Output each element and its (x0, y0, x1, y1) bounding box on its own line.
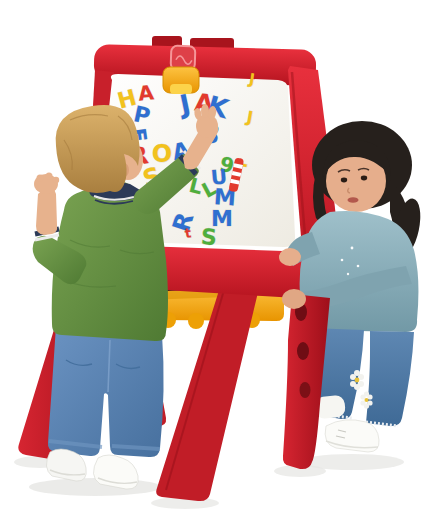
girl-hand (282, 289, 306, 309)
shirt-sparkle (357, 265, 360, 268)
boy-right-shoe (93, 455, 138, 489)
magnetic-letter-S: S (200, 224, 218, 250)
girl-mouth (348, 197, 359, 203)
shirt-sparkle (347, 273, 349, 275)
shirt-sparkle (341, 259, 344, 262)
finger (201, 104, 209, 118)
knuckle (46, 173, 53, 180)
boy-left-forearm (36, 187, 57, 235)
product-photo-scene: HAPEJAKJJROA3S9TULTLMMRtS (0, 0, 438, 531)
shadow (29, 478, 161, 496)
shirt-sparkle (351, 247, 354, 250)
knuckle (53, 177, 59, 183)
leg-hole (300, 382, 311, 398)
tray-scallop (188, 313, 204, 329)
boy-jeans (48, 326, 164, 457)
leg-hole (297, 342, 309, 360)
girl-hand (279, 248, 301, 266)
knuckle (37, 175, 44, 182)
easel-photo: HAPEJAKJJROA3S9TULTLMMRtS (0, 0, 438, 531)
girl-eye (341, 178, 347, 183)
girl-eye (361, 176, 367, 181)
